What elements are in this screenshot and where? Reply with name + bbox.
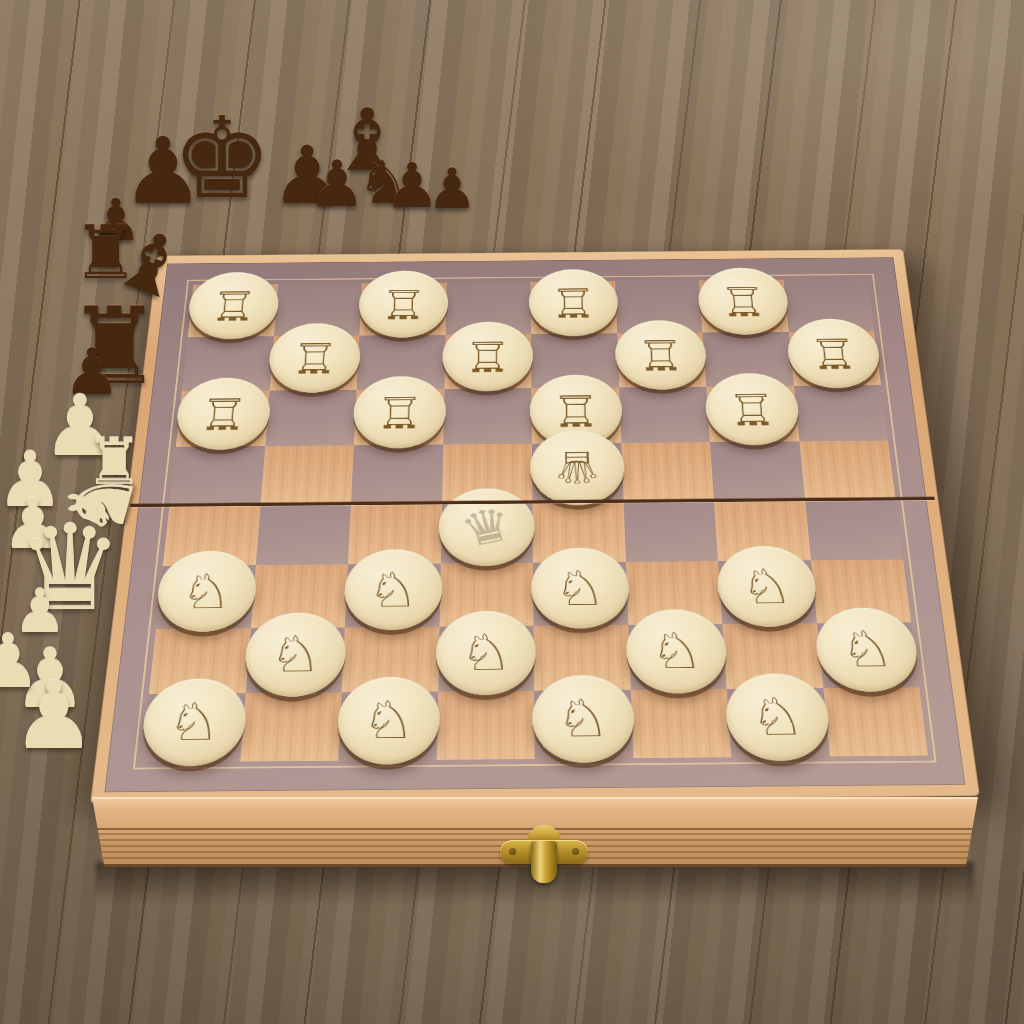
cream-chess-pieces-cluster: ♟♜♝♜♟♟♟♜♞♟♛♟♟♟♟ <box>0 0 1024 1024</box>
wood-floor: ♟♚♟♟♝♞♟♟ ♖♖♖♖♖♖♖♖♖♖♖♖♕♛♘♘♘♘♘♘♘♘♘♘♘♘ ♟♜♝♜… <box>0 0 1024 1024</box>
cream-piece-left-9[interactable]: ♟ <box>7 669 101 763</box>
